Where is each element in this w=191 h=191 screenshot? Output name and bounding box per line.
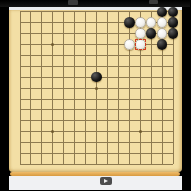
- status-bar: [0, 0, 190, 7]
- letterbox-right: [182, 0, 191, 190]
- go-board[interactable]: [9, 10, 182, 172]
- phone-screen: [0, 0, 190, 190]
- bottom-toolbar: [9, 176, 182, 191]
- status-icon-right: [149, 0, 158, 4]
- play-badge-icon: [104, 179, 108, 183]
- letterbox-left: [0, 0, 9, 190]
- autoplay-badge: [100, 177, 112, 185]
- status-icon-left: [68, 0, 78, 5]
